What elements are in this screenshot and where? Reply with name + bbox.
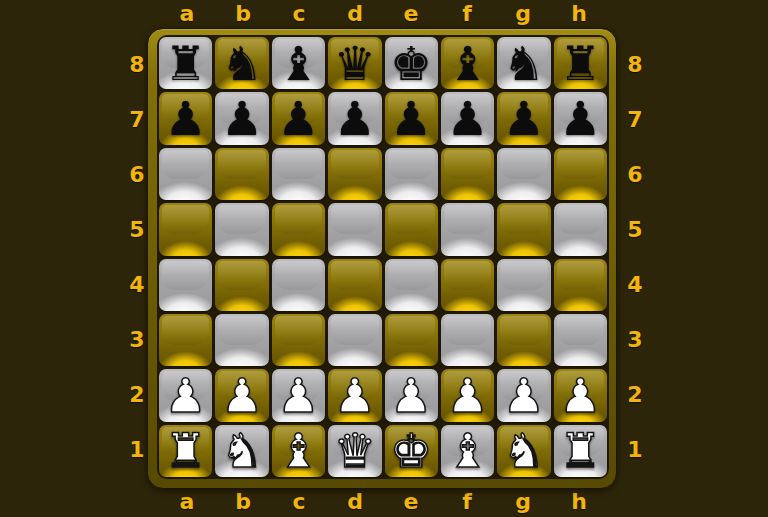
square-e8[interactable]: ♚	[385, 37, 438, 89]
square-d4[interactable]	[328, 259, 381, 311]
file-label-top-a: a	[159, 0, 215, 27]
piece-black-pawn[interactable]: ♟	[159, 92, 212, 144]
piece-white-pawn[interactable]: ♟	[159, 369, 212, 421]
square-g6[interactable]	[497, 148, 550, 200]
square-b7[interactable]: ♟	[215, 92, 268, 144]
square-h7[interactable]: ♟	[554, 92, 607, 144]
piece-white-pawn[interactable]: ♟	[215, 369, 268, 421]
rank-labels-right: 87654321	[618, 37, 652, 477]
square-b8[interactable]: ♞	[215, 37, 268, 89]
piece-black-rook[interactable]: ♜	[159, 37, 212, 89]
square-f8[interactable]: ♝	[441, 37, 494, 89]
square-g1[interactable]: ♞	[497, 425, 550, 477]
piece-black-pawn[interactable]: ♟	[497, 92, 550, 144]
piece-black-knight[interactable]: ♞	[215, 37, 268, 89]
piece-white-pawn[interactable]: ♟	[441, 369, 494, 421]
square-e6[interactable]	[385, 148, 438, 200]
file-label-bottom-d: d	[327, 488, 383, 515]
square-h2[interactable]: ♟	[554, 369, 607, 421]
square-e7[interactable]: ♟	[385, 92, 438, 144]
square-f1[interactable]: ♝	[441, 425, 494, 477]
square-f6[interactable]	[441, 148, 494, 200]
square-d6[interactable]	[328, 148, 381, 200]
square-d7[interactable]: ♟	[328, 92, 381, 144]
piece-black-pawn[interactable]: ♟	[272, 92, 325, 144]
piece-black-pawn[interactable]: ♟	[554, 92, 607, 144]
square-d3[interactable]	[328, 314, 381, 366]
piece-black-bishop[interactable]: ♝	[441, 37, 494, 89]
square-a5[interactable]	[159, 203, 212, 255]
square-b5[interactable]	[215, 203, 268, 255]
piece-white-rook[interactable]: ♜	[159, 425, 212, 477]
square-a4[interactable]	[159, 259, 212, 311]
square-d1[interactable]: ♛	[328, 425, 381, 477]
piece-white-bishop[interactable]: ♝	[441, 425, 494, 477]
piece-black-pawn[interactable]: ♟	[441, 92, 494, 144]
rank-label-right-2: 2	[618, 367, 652, 422]
square-h5[interactable]	[554, 203, 607, 255]
file-labels-top: abcdefgh	[159, 0, 607, 27]
square-d2[interactable]: ♟	[328, 369, 381, 421]
piece-black-queen[interactable]: ♛	[328, 37, 381, 89]
rank-label-right-8: 8	[618, 37, 652, 92]
piece-white-rook[interactable]: ♜	[554, 425, 607, 477]
file-label-bottom-c: c	[271, 488, 327, 515]
piece-white-pawn[interactable]: ♟	[497, 369, 550, 421]
piece-black-pawn[interactable]: ♟	[215, 92, 268, 144]
square-e3[interactable]	[385, 314, 438, 366]
piece-black-bishop[interactable]: ♝	[272, 37, 325, 89]
piece-white-pawn[interactable]: ♟	[554, 369, 607, 421]
square-c7[interactable]: ♟	[272, 92, 325, 144]
square-f4[interactable]	[441, 259, 494, 311]
piece-black-knight[interactable]: ♞	[497, 37, 550, 89]
piece-white-pawn[interactable]: ♟	[272, 369, 325, 421]
square-c5[interactable]	[272, 203, 325, 255]
chess-board: ♜♞♝♛♚♝♞♜♟♟♟♟♟♟♟♟♟♟♟♟♟♟♟♟♜♞♝♛♚♝♞♜	[157, 35, 609, 479]
piece-white-knight[interactable]: ♞	[497, 425, 550, 477]
rank-label-right-6: 6	[618, 147, 652, 202]
square-b6[interactable]	[215, 148, 268, 200]
file-label-top-g: g	[495, 0, 551, 27]
square-b4[interactable]	[215, 259, 268, 311]
square-g8[interactable]: ♞	[497, 37, 550, 89]
square-a8[interactable]: ♜	[159, 37, 212, 89]
square-a2[interactable]: ♟	[159, 369, 212, 421]
file-label-bottom-f: f	[439, 488, 495, 515]
square-g4[interactable]	[497, 259, 550, 311]
piece-white-bishop[interactable]: ♝	[272, 425, 325, 477]
piece-black-king[interactable]: ♚	[385, 37, 438, 89]
square-f5[interactable]	[441, 203, 494, 255]
square-f3[interactable]	[441, 314, 494, 366]
square-c4[interactable]	[272, 259, 325, 311]
square-c8[interactable]: ♝	[272, 37, 325, 89]
file-label-bottom-b: b	[215, 488, 271, 515]
piece-white-knight[interactable]: ♞	[215, 425, 268, 477]
square-e5[interactable]	[385, 203, 438, 255]
square-g3[interactable]	[497, 314, 550, 366]
square-h6[interactable]	[554, 148, 607, 200]
square-h3[interactable]	[554, 314, 607, 366]
square-b2[interactable]: ♟	[215, 369, 268, 421]
square-b1[interactable]: ♞	[215, 425, 268, 477]
piece-black-pawn[interactable]: ♟	[385, 92, 438, 144]
board-frame: ♜♞♝♛♚♝♞♜♟♟♟♟♟♟♟♟♟♟♟♟♟♟♟♟♜♞♝♛♚♝♞♜	[147, 28, 617, 489]
square-c1[interactable]: ♝	[272, 425, 325, 477]
file-label-top-h: h	[551, 0, 607, 27]
piece-white-king[interactable]: ♚	[385, 425, 438, 477]
piece-white-pawn[interactable]: ♟	[328, 369, 381, 421]
square-f2[interactable]: ♟	[441, 369, 494, 421]
square-d8[interactable]: ♛	[328, 37, 381, 89]
square-b3[interactable]	[215, 314, 268, 366]
file-labels-bottom: abcdefgh	[159, 488, 607, 515]
rank-label-right-7: 7	[618, 92, 652, 147]
chess-app-scene: abcdefgh abcdefgh 87654321 87654321 ♜♞♝♛…	[0, 0, 768, 517]
square-c2[interactable]: ♟	[272, 369, 325, 421]
rank-label-right-1: 1	[618, 422, 652, 477]
square-g7[interactable]: ♟	[497, 92, 550, 144]
piece-white-queen[interactable]: ♛	[328, 425, 381, 477]
file-label-bottom-g: g	[495, 488, 551, 515]
square-d5[interactable]	[328, 203, 381, 255]
piece-white-pawn[interactable]: ♟	[385, 369, 438, 421]
file-label-top-e: e	[383, 0, 439, 27]
file-label-top-f: f	[439, 0, 495, 27]
square-h1[interactable]: ♜	[554, 425, 607, 477]
square-a6[interactable]	[159, 148, 212, 200]
square-e1[interactable]: ♚	[385, 425, 438, 477]
rank-label-right-5: 5	[618, 202, 652, 257]
file-label-top-d: d	[327, 0, 383, 27]
rank-label-right-4: 4	[618, 257, 652, 312]
piece-black-rook[interactable]: ♜	[554, 37, 607, 89]
file-label-bottom-h: h	[551, 488, 607, 515]
square-e4[interactable]	[385, 259, 438, 311]
square-f7[interactable]: ♟	[441, 92, 494, 144]
square-a7[interactable]: ♟	[159, 92, 212, 144]
piece-black-pawn[interactable]: ♟	[328, 92, 381, 144]
square-c3[interactable]	[272, 314, 325, 366]
square-g5[interactable]	[497, 203, 550, 255]
file-label-top-c: c	[271, 0, 327, 27]
square-h4[interactable]	[554, 259, 607, 311]
square-a1[interactable]: ♜	[159, 425, 212, 477]
square-c6[interactable]	[272, 148, 325, 200]
file-label-top-b: b	[215, 0, 271, 27]
file-label-bottom-e: e	[383, 488, 439, 515]
square-a3[interactable]	[159, 314, 212, 366]
rank-label-right-3: 3	[618, 312, 652, 367]
square-e2[interactable]: ♟	[385, 369, 438, 421]
file-label-bottom-a: a	[159, 488, 215, 515]
square-g2[interactable]: ♟	[497, 369, 550, 421]
square-h8[interactable]: ♜	[554, 37, 607, 89]
